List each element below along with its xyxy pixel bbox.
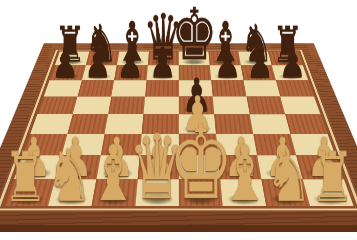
square-d7[interactable]: ♟ [146,65,178,80]
square-g6[interactable] [243,80,280,96]
square-h6[interactable] [275,80,313,96]
board-grid: ♜♞♝♛♚♝♞♜♟♟♟♟♟♟♟♟♟♟♟♟♟♟♟♟♜♞♝♛♚♝♞♜ [4,52,353,206]
square-b7[interactable]: ♟ [82,65,117,80]
square-e8[interactable]: ♚ [179,52,210,66]
square-b5[interactable] [72,96,111,114]
square-a6[interactable] [43,80,81,96]
square-a5[interactable] [37,96,77,114]
white-king[interactable]: ♚ [168,118,233,209]
white-bishop[interactable]: ♝ [88,140,137,209]
square-c6[interactable] [111,80,146,96]
square-h5[interactable] [280,96,320,114]
square-c5[interactable] [108,96,145,114]
square-c7[interactable]: ♟ [114,65,148,80]
square-g5[interactable] [246,96,285,114]
black-pawn[interactable]: ♟ [278,43,305,81]
black-pawn[interactable]: ♟ [246,43,273,81]
square-d6[interactable] [145,80,179,96]
board-scene: ♜♞♝♛♚♝♞♜♟♟♟♟♟♟♟♟♟♟♟♟♟♟♟♟♜♞♝♛♚♝♞♜ [0,0,357,240]
square-b1[interactable]: ♞ [48,179,96,206]
white-rook[interactable]: ♜ [310,147,354,209]
chess-board: ♜♞♝♛♚♝♞♜♟♟♟♟♟♟♟♟♟♟♟♟♟♟♟♟♜♞♝♛♚♝♞♜ [0,43,357,232]
black-pawn[interactable]: ♟ [116,43,143,81]
black-pawn[interactable]: ♟ [51,43,78,81]
square-f6[interactable] [211,80,246,96]
square-g7[interactable]: ♟ [240,65,275,80]
black-king[interactable]: ♚ [171,2,217,66]
square-e1[interactable]: ♚ [179,179,223,206]
white-rook[interactable]: ♜ [3,147,47,209]
black-pawn[interactable]: ♟ [214,43,241,81]
white-knight[interactable]: ♞ [45,143,92,208]
square-h7[interactable]: ♟ [271,65,307,80]
square-g1[interactable]: ♞ [261,179,309,206]
white-knight[interactable]: ♞ [265,143,312,208]
square-c1[interactable]: ♝ [91,179,137,206]
black-pawn[interactable]: ♟ [84,43,111,81]
square-f7[interactable]: ♟ [209,65,243,80]
square-a7[interactable]: ♟ [49,65,85,80]
square-b6[interactable] [77,80,114,96]
photo-stage: ♜♞♝♛♚♝♞♜♟♟♟♟♟♟♟♟♟♟♟♟♟♟♟♟♜♞♝♛♚♝♞♜ [0,0,357,240]
black-pawn[interactable]: ♟ [149,43,176,81]
